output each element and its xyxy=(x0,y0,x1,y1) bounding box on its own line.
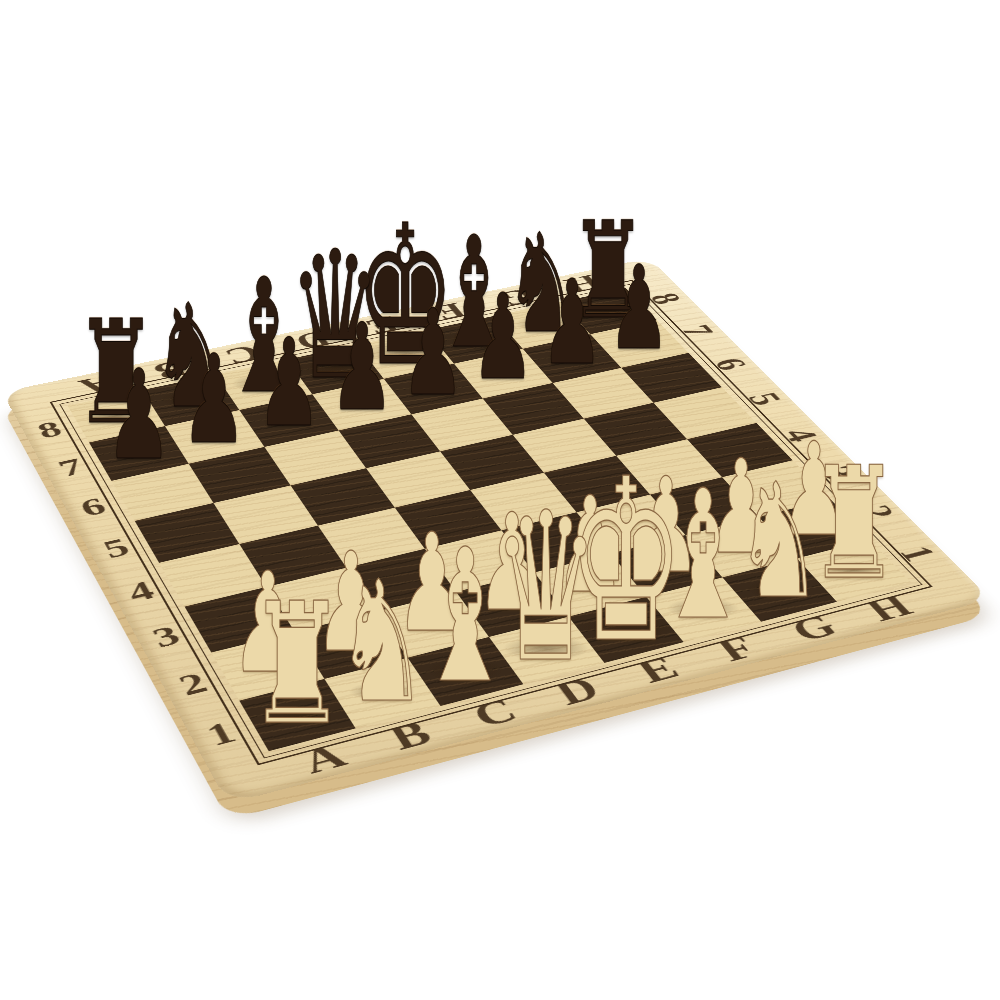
piece-black-pawn-e7[interactable]: ♟ xyxy=(401,294,465,413)
piece-black-pawn-f7[interactable]: ♟ xyxy=(471,279,534,397)
rank-label-west-3: 3 xyxy=(148,622,186,653)
piece-black-pawn-a7[interactable]: ♟ xyxy=(105,354,171,478)
rank-label-east-7: 7 xyxy=(675,322,720,339)
rank-label-west-4: 4 xyxy=(123,577,159,607)
rank-label-west-2: 2 xyxy=(174,668,213,701)
piece-black-pawn-c7[interactable]: ♟ xyxy=(256,323,321,444)
rank-label-west-8: 8 xyxy=(33,418,66,443)
rank-label-east-5: 5 xyxy=(741,390,788,408)
piece-white-rook-a1[interactable]: ♜ xyxy=(248,581,347,748)
rank-label-west-6: 6 xyxy=(76,494,110,521)
piece-black-pawn-h7[interactable]: ♟ xyxy=(608,251,670,366)
rank-label-west-7: 7 xyxy=(54,455,87,481)
piece-white-knight-b1[interactable]: ♞ xyxy=(336,559,429,726)
piece-black-pawn-d7[interactable]: ♟ xyxy=(329,308,394,428)
piece-white-bishop-c1[interactable]: ♝ xyxy=(417,524,513,708)
piece-black-pawn-b7[interactable]: ♟ xyxy=(181,339,247,461)
rank-label-east-6: 6 xyxy=(707,355,753,373)
product-photo-scene: ABCDEFGHABCDEFGH8765432187654321 ♜♞♝♟♚♟♛… xyxy=(0,0,1000,1000)
rank-label-west-1: 1 xyxy=(201,717,241,751)
rank-label-west-5: 5 xyxy=(99,535,134,563)
piece-black-pawn-g7[interactable]: ♟ xyxy=(540,265,603,382)
